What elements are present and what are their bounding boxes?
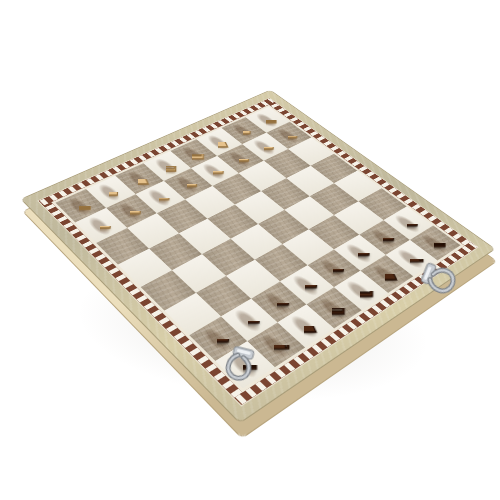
piece-billboard: ♟ <box>239 159 268 191</box>
chess-board-grid: ♜♟♟♜♞♟♟♞♝♟♟♝♚♟♟♚♛♟♟♛♝♟♟♝♞♟♟♞♜♟♟♜ <box>55 107 460 389</box>
piece-billboard: ♟ <box>187 184 217 218</box>
scene: ♜♟♟♜♞♟♟♞♝♟♟♝♚♟♟♚♛♟♟♛♝♟♟♝♞♟♟♞♜♟♟♜ <box>0 0 500 500</box>
square-d1: ♛ <box>143 151 191 181</box>
piece-shadow <box>205 133 232 151</box>
square-h5 <box>334 171 382 202</box>
piece-white-pawn: ♟ <box>172 150 202 194</box>
square-h2: ♟ <box>266 122 311 149</box>
piece-white-rook: ♜ <box>251 87 282 130</box>
piece-billboard: ♛ <box>166 166 210 215</box>
piece-white-queen: ♛ <box>144 109 188 182</box>
square-h4 <box>311 154 358 183</box>
product-photo-chess-set: { "game": "chess", "setup": "initial-pos… <box>0 0 500 500</box>
piece-white-king: ♚ <box>170 93 215 172</box>
square-f3 <box>239 161 287 191</box>
square-g2: ♟ <box>242 133 288 161</box>
piece-shadow <box>152 157 180 176</box>
chess-board: ♜♟♟♜♞♟♟♞♝♟♟♝♚♟♟♚♛♟♟♛♝♟♟♝♞♟♟♞♜♟♟♜ <box>22 90 495 422</box>
piece-billboard: ♞ <box>243 131 278 170</box>
square-h3 <box>288 138 334 166</box>
piece-white-pawn: ♟ <box>199 137 229 181</box>
square-e2: ♟ <box>191 156 239 186</box>
piece-shadow <box>145 187 174 208</box>
square-g3 <box>264 149 311 178</box>
square-f2: ♟ <box>217 144 264 173</box>
square-f1: ♝ <box>196 128 242 156</box>
square-g4 <box>286 166 334 197</box>
piece-billboard: ♜ <box>266 120 297 155</box>
piece-billboard: ♟ <box>213 171 243 204</box>
square-e3 <box>212 173 261 204</box>
square-d3 <box>185 186 235 219</box>
square-e1: ♚ <box>170 139 217 168</box>
square-e4 <box>235 191 285 224</box>
piece-white-pawn: ♟ <box>250 114 278 156</box>
piece-shadow <box>229 122 256 140</box>
piece-shadow <box>253 112 279 129</box>
piece-white-pawn: ♟ <box>225 126 254 169</box>
square-f4 <box>261 178 310 210</box>
piece-white-pawn: ♟ <box>274 104 302 145</box>
square-g1: ♞ <box>221 117 266 144</box>
piece-white-pawn: ♟ <box>114 175 145 221</box>
piece-white-pawn: ♟ <box>144 162 175 207</box>
piece-shadow <box>225 150 253 169</box>
square-f5 <box>284 196 334 229</box>
square-g5 <box>310 183 359 215</box>
piece-white-pawn: ♟ <box>84 189 116 236</box>
piece-shadow <box>250 138 277 156</box>
piece-shadow <box>173 174 201 194</box>
board-frame: ♜♟♟♜♞♟♟♞♝♟♟♝♚♟♟♚♛♟♟♛♝♟♟♝♞♟♟♞♜♟♟♜ <box>22 90 495 422</box>
piece-shadow <box>199 162 227 182</box>
piece-shadow <box>179 145 206 164</box>
piece-white-knight: ♞ <box>225 94 260 142</box>
piece-shadow <box>274 127 301 145</box>
piece-billboard: ♟ <box>288 136 316 167</box>
piece-billboard: ♟ <box>264 147 292 179</box>
piece-billboard: ♚ <box>192 154 237 204</box>
board-rotation-wrapper: ♜♟♟♜♞♟♟♞♝♟♟♝♚♟♟♚♛♟♟♛♝♟♟♝♞♟♟♞♜♟♟♜ <box>0 0 500 500</box>
square-d2: ♟ <box>164 168 213 199</box>
square-h1: ♜ <box>245 107 289 133</box>
piece-billboard: ♝ <box>218 142 255 184</box>
piece-white-bishop: ♝ <box>199 95 236 155</box>
